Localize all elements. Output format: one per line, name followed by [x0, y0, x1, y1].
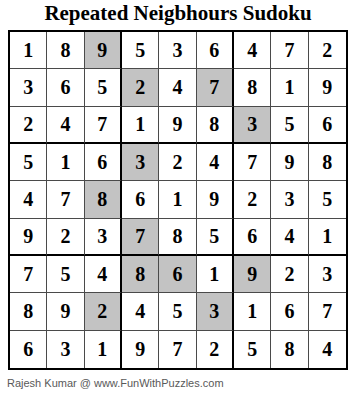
cell-r5c8: 3	[271, 181, 308, 218]
cell-r6c8: 4	[271, 219, 308, 256]
credit-text: Rajesh Kumar @ www.FunWithPuzzles.com	[7, 377, 224, 389]
cell-r4c4: 3	[122, 144, 159, 181]
cell-r3c3: 7	[85, 107, 122, 144]
cell-r1c4: 5	[122, 32, 159, 69]
cell-r7c5: 6	[159, 256, 196, 293]
cell-r3c9: 6	[309, 107, 346, 144]
cell-r3c1: 2	[10, 107, 47, 144]
cell-r4c9: 8	[309, 144, 346, 181]
cell-r1c5: 3	[159, 32, 196, 69]
cell-r3c5: 9	[159, 107, 196, 144]
cell-r9c7: 5	[234, 331, 271, 368]
cell-r8c2: 9	[47, 293, 84, 330]
cell-r3c2: 4	[47, 107, 84, 144]
cell-r2c6: 7	[197, 69, 234, 106]
cell-r5c7: 2	[234, 181, 271, 218]
cell-r9c2: 3	[47, 331, 84, 368]
cell-r1c6: 6	[197, 32, 234, 69]
cell-r2c4: 2	[122, 69, 159, 106]
cell-r4c1: 5	[10, 144, 47, 181]
cell-r3c8: 5	[271, 107, 308, 144]
cell-r3c7: 3	[234, 107, 271, 144]
cell-r2c2: 6	[47, 69, 84, 106]
cell-r8c5: 5	[159, 293, 196, 330]
cell-r5c2: 7	[47, 181, 84, 218]
cell-r6c4: 7	[122, 219, 159, 256]
cell-r6c7: 6	[234, 219, 271, 256]
cell-r7c2: 5	[47, 256, 84, 293]
cell-r5c9: 5	[309, 181, 346, 218]
cell-r1c8: 7	[271, 32, 308, 69]
cell-r4c5: 2	[159, 144, 196, 181]
cell-r8c7: 1	[234, 293, 271, 330]
cell-r5c4: 6	[122, 181, 159, 218]
cell-r5c1: 4	[10, 181, 47, 218]
cell-r1c2: 8	[47, 32, 84, 69]
cell-r9c4: 9	[122, 331, 159, 368]
cell-r8c8: 6	[271, 293, 308, 330]
cell-r6c6: 5	[197, 219, 234, 256]
cell-r8c1: 8	[10, 293, 47, 330]
cell-r9c9: 4	[309, 331, 346, 368]
puzzle-page: Repeated Neigbhours Sudoku 1895364723652…	[0, 0, 356, 400]
cell-r9c6: 2	[197, 331, 234, 368]
cell-r2c8: 1	[271, 69, 308, 106]
cell-r3c6: 8	[197, 107, 234, 144]
cell-r4c3: 6	[85, 144, 122, 181]
cell-r5c5: 1	[159, 181, 196, 218]
cell-r7c7: 9	[234, 256, 271, 293]
cell-r9c1: 6	[10, 331, 47, 368]
cell-r5c3: 8	[85, 181, 122, 218]
cell-r2c5: 4	[159, 69, 196, 106]
cell-r7c1: 7	[10, 256, 47, 293]
cell-r6c5: 8	[159, 219, 196, 256]
cell-r9c5: 7	[159, 331, 196, 368]
cell-r4c2: 1	[47, 144, 84, 181]
cell-r1c9: 2	[309, 32, 346, 69]
cell-r8c4: 4	[122, 293, 159, 330]
cell-r2c3: 5	[85, 69, 122, 106]
cell-r8c3: 2	[85, 293, 122, 330]
cell-r1c3: 9	[85, 32, 122, 69]
cell-r4c7: 7	[234, 144, 271, 181]
cell-r5c6: 9	[197, 181, 234, 218]
sudoku-board: 1895364723652478192471983565163247984786…	[8, 30, 348, 370]
cell-r8c6: 3	[197, 293, 234, 330]
cell-r4c8: 9	[271, 144, 308, 181]
cell-r7c6: 1	[197, 256, 234, 293]
cell-r1c7: 4	[234, 32, 271, 69]
cell-r2c7: 8	[234, 69, 271, 106]
cell-r7c4: 8	[122, 256, 159, 293]
cell-r9c8: 8	[271, 331, 308, 368]
cell-r6c3: 3	[85, 219, 122, 256]
cell-r8c9: 7	[309, 293, 346, 330]
cell-r3c4: 1	[122, 107, 159, 144]
cell-r1c1: 1	[10, 32, 47, 69]
cell-r2c9: 9	[309, 69, 346, 106]
puzzle-title: Repeated Neigbhours Sudoku	[0, 1, 356, 26]
cell-r6c1: 9	[10, 219, 47, 256]
cell-r6c2: 2	[47, 219, 84, 256]
cell-r7c3: 4	[85, 256, 122, 293]
cell-r4c6: 4	[197, 144, 234, 181]
cell-r2c1: 3	[10, 69, 47, 106]
cell-r9c3: 1	[85, 331, 122, 368]
cell-r7c9: 3	[309, 256, 346, 293]
cell-r7c8: 2	[271, 256, 308, 293]
cell-r6c9: 1	[309, 219, 346, 256]
